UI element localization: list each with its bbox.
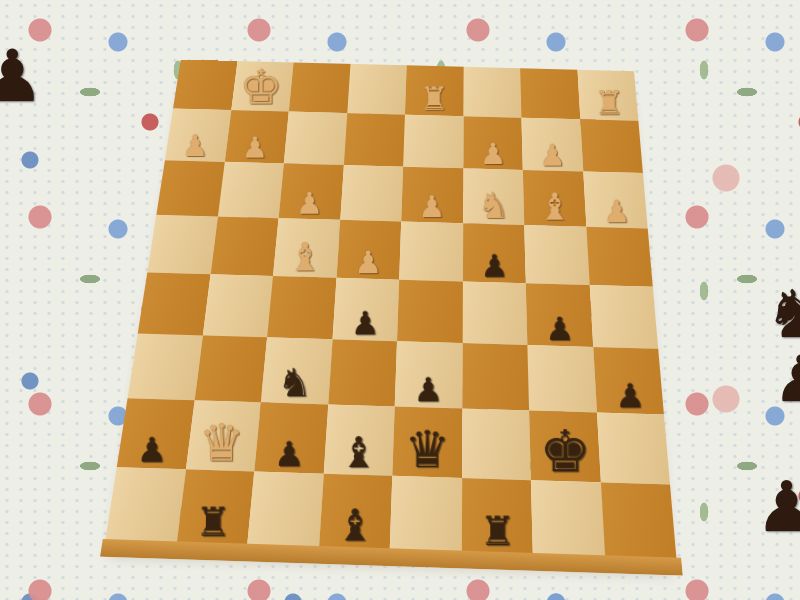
board-square[interactable] (284, 112, 347, 165)
board-square[interactable]: ♟ (593, 347, 664, 415)
board-square[interactable] (596, 413, 670, 485)
black-pawn[interactable]: ♟ (118, 434, 187, 467)
board-square[interactable]: ♟ (401, 167, 463, 224)
board-square[interactable] (173, 60, 237, 111)
board-square[interactable] (403, 115, 463, 169)
board-square[interactable] (390, 476, 462, 552)
board-square[interactable] (524, 225, 589, 285)
board-square[interactable] (600, 482, 676, 559)
board-square[interactable]: ♟ (336, 220, 401, 280)
board-square[interactable] (462, 281, 527, 345)
white-bishop[interactable]: ♝ (524, 189, 586, 225)
board-square[interactable]: ♟ (583, 171, 648, 228)
black-pawn[interactable]: ♟ (332, 308, 397, 339)
board-square[interactable]: ♝ (273, 218, 340, 278)
captured-dark-piece: ♟ (755, 466, 800, 548)
white-pawn[interactable]: ♟ (336, 247, 399, 277)
board-square[interactable] (462, 408, 531, 480)
board-square[interactable] (138, 272, 210, 335)
board-square[interactable]: ♚ (231, 61, 294, 112)
white-pawn[interactable]: ♟ (279, 189, 340, 218)
captured-dark-piece: ♟ (773, 342, 800, 416)
black-pawn[interactable]: ♟ (255, 438, 324, 471)
board-square[interactable]: ♞ (261, 337, 332, 404)
board-square[interactable]: ♜ (176, 469, 254, 545)
black-knight[interactable]: ♞ (261, 365, 328, 402)
white-queen[interactable]: ♛ (186, 420, 255, 468)
white-pawn[interactable]: ♟ (463, 140, 523, 168)
board-square[interactable]: ♟ (462, 223, 525, 283)
board-square[interactable] (397, 280, 462, 343)
board-square[interactable]: ♟ (117, 398, 194, 469)
board-square[interactable] (289, 62, 350, 113)
board-square[interactable]: ♜ (461, 478, 533, 554)
board-square[interactable]: ♜ (405, 65, 463, 116)
board-square[interactable] (399, 222, 463, 282)
board-square[interactable]: ♜ (577, 70, 638, 121)
board-square[interactable]: ♝ (318, 474, 392, 550)
white-bishop[interactable]: ♝ (274, 239, 337, 276)
board-square[interactable] (340, 165, 403, 222)
black-rook[interactable]: ♜ (177, 503, 248, 541)
board-square[interactable] (343, 113, 405, 167)
black-rook[interactable]: ♜ (461, 512, 533, 550)
board-square[interactable]: ♟ (332, 278, 399, 341)
board-square[interactable] (247, 472, 323, 548)
board-square[interactable]: ♟ (254, 402, 327, 473)
white-knight[interactable]: ♞ (463, 189, 525, 223)
board-square[interactable] (589, 285, 658, 349)
black-pawn[interactable]: ♟ (527, 313, 592, 344)
board-square[interactable]: ♟ (224, 110, 288, 163)
black-pawn[interactable]: ♟ (462, 251, 525, 281)
board-square[interactable]: ♝ (523, 170, 586, 227)
board-square[interactable] (463, 67, 521, 118)
board-square[interactable]: ♟ (279, 163, 344, 219)
board-grid: ♚♜♜♟♟♟♟♟♟♞♝♟♝♟♟♟♟♞♟♟♟♛♟♝♛♚♜♝♜ (105, 60, 676, 559)
board-square[interactable] (147, 215, 217, 274)
board-square[interactable] (347, 64, 407, 115)
white-pawn[interactable]: ♟ (523, 141, 583, 169)
board-square[interactable] (267, 276, 336, 339)
board-square[interactable]: ♟ (521, 118, 582, 172)
white-rook[interactable]: ♜ (405, 84, 463, 115)
board-square[interactable]: ♟ (165, 109, 231, 162)
board-square[interactable] (105, 467, 185, 543)
black-bishop[interactable]: ♝ (319, 505, 390, 546)
board-square[interactable]: ♟ (463, 116, 523, 170)
board-square[interactable] (202, 274, 273, 337)
black-pawn[interactable]: ♟ (395, 374, 462, 406)
board-square[interactable] (580, 119, 643, 173)
black-queen[interactable]: ♛ (392, 426, 461, 475)
board-square[interactable] (520, 68, 580, 119)
white-pawn[interactable]: ♟ (401, 192, 462, 221)
black-pawn[interactable]: ♟ (596, 380, 664, 412)
board-square[interactable]: ♝ (323, 404, 395, 475)
captured-dark-piece: ♟ (0, 34, 45, 118)
board-square[interactable] (217, 162, 283, 218)
board-square[interactable] (210, 216, 278, 276)
white-pawn[interactable]: ♟ (585, 197, 647, 226)
black-bishop[interactable]: ♝ (324, 433, 393, 473)
photo-scene: ♚♜♜♟♟♟♟♟♟♞♝♟♝♟♟♟♟♞♟♟♟♛♟♝♛♚♜♝♜ ♟♞♟♟ (0, 0, 800, 600)
board-square[interactable] (156, 160, 224, 216)
board-square[interactable]: ♚ (529, 410, 600, 482)
board-square[interactable] (527, 345, 596, 413)
board-square[interactable]: ♛ (185, 400, 260, 471)
board-square[interactable]: ♟ (526, 283, 593, 347)
board-square[interactable] (586, 227, 653, 287)
white-pawn[interactable]: ♟ (166, 132, 225, 160)
board-square[interactable]: ♟ (395, 341, 462, 408)
board-square[interactable] (328, 339, 397, 406)
board-square[interactable] (194, 335, 267, 402)
black-king[interactable]: ♚ (530, 424, 600, 479)
board-square[interactable] (128, 334, 203, 401)
white-pawn[interactable]: ♟ (225, 133, 284, 161)
board-square[interactable] (462, 343, 529, 410)
board-square[interactable]: ♛ (392, 406, 462, 478)
board-square[interactable]: ♞ (463, 168, 525, 225)
chess-board: ♚♜♜♟♟♟♟♟♟♞♝♟♝♟♟♟♟♞♟♟♟♛♟♝♛♚♜♝♜ (105, 60, 676, 559)
white-rook[interactable]: ♜ (579, 88, 638, 119)
board-square[interactable] (531, 480, 605, 557)
white-king[interactable]: ♚ (232, 65, 290, 111)
